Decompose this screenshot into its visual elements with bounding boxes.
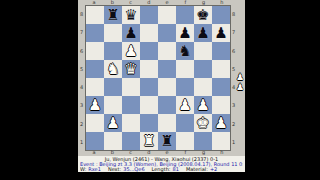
square-h1[interactable] (212, 132, 230, 150)
square-b5[interactable]: ♞ (104, 60, 122, 78)
file-label-d: d (140, 150, 158, 155)
white-rook[interactable]: ♜ (140, 132, 158, 150)
captured-tray: ♟♟ (235, 72, 245, 92)
file-label-e: e (158, 150, 176, 155)
black-king[interactable]: ♚ (194, 6, 212, 24)
square-e4[interactable] (158, 78, 176, 96)
square-d6[interactable] (140, 42, 158, 60)
square-a4[interactable] (86, 78, 104, 96)
square-a6[interactable] (86, 42, 104, 60)
video-frame: abcdefgh 87654321 ♜♛♚♟♟♟♟♟♞♞♛♟♟♟♟♚♟♜♜ 87… (0, 0, 320, 180)
square-f6[interactable]: ♞ (176, 42, 194, 60)
square-d8[interactable] (140, 6, 158, 24)
square-h8[interactable] (212, 6, 230, 24)
stat-label: Length: (152, 167, 171, 172)
square-c5[interactable]: ♛ (122, 60, 140, 78)
square-f8[interactable] (176, 6, 194, 24)
square-d3[interactable] (140, 96, 158, 114)
rank-label-6: 6 (78, 42, 85, 60)
square-e2[interactable] (158, 114, 176, 132)
black-queen[interactable]: ♛ (122, 6, 140, 24)
white-pawn[interactable]: ♟ (104, 114, 122, 132)
square-a3[interactable]: ♟ (86, 96, 104, 114)
square-g3[interactable]: ♟ (194, 96, 212, 114)
stat-label: Material: (186, 167, 208, 172)
square-c8[interactable]: ♛ (122, 6, 140, 24)
square-h3[interactable] (212, 96, 230, 114)
black-pawn[interactable]: ♟ (194, 24, 212, 42)
rank-labels-left: 87654321 (78, 5, 85, 151)
stat-item: Next:35...Qe6 (108, 167, 145, 172)
white-pawn[interactable]: ♟ (194, 96, 212, 114)
captured-white-pawn-icon: ♟ (236, 72, 244, 82)
square-d2[interactable] (140, 114, 158, 132)
stat-item: Length:81 (152, 167, 179, 172)
square-h4[interactable] (212, 78, 230, 96)
stat-label: W: (80, 167, 86, 172)
board: ♜♛♚♟♟♟♟♟♞♞♛♟♟♟♟♚♟♜♜ (85, 5, 231, 151)
file-label-b: b (103, 150, 121, 155)
stat-item: W:Rxe1 (80, 167, 101, 172)
rank-label-1: 1 (231, 133, 236, 151)
letterbox-bottom (0, 172, 320, 180)
square-f2[interactable] (176, 114, 194, 132)
captured-white-pawn-icon: ♟ (236, 82, 244, 92)
square-b8[interactable]: ♜ (104, 6, 122, 24)
white-pawn[interactable]: ♟ (122, 42, 140, 60)
square-a2[interactable] (86, 114, 104, 132)
square-f4[interactable] (176, 78, 194, 96)
black-knight[interactable]: ♞ (176, 42, 194, 60)
square-g2[interactable]: ♚ (194, 114, 212, 132)
white-pawn[interactable]: ♟ (176, 96, 194, 114)
stat-value: +2 (210, 167, 217, 172)
rank-label-8: 8 (231, 5, 236, 23)
square-e8[interactable] (158, 6, 176, 24)
square-c7[interactable]: ♟ (122, 24, 140, 42)
black-rook[interactable]: ♜ (104, 6, 122, 24)
rank-label-2: 2 (78, 115, 85, 133)
square-a5[interactable] (86, 60, 104, 78)
square-f5[interactable] (176, 60, 194, 78)
stat-value: Rxe1 (88, 167, 101, 172)
rank-label-5: 5 (78, 60, 85, 78)
square-c1[interactable] (122, 132, 140, 150)
black-pawn[interactable]: ♟ (176, 24, 194, 42)
black-pawn[interactable]: ♟ (212, 24, 230, 42)
square-e1[interactable]: ♜ (158, 132, 176, 150)
square-b1[interactable] (104, 132, 122, 150)
white-queen[interactable]: ♛ (122, 60, 140, 78)
black-pawn[interactable]: ♟ (122, 24, 140, 42)
square-b3[interactable] (104, 96, 122, 114)
board-panel: abcdefgh 87654321 ♜♛♚♟♟♟♟♟♞♞♛♟♟♟♟♚♟♜♜ 87… (78, 0, 245, 172)
file-label-c: c (122, 150, 140, 155)
square-f1[interactable] (176, 132, 194, 150)
square-e5[interactable] (158, 60, 176, 78)
stat-value: 35...Qe6 (123, 167, 144, 172)
rank-label-7: 7 (231, 23, 236, 41)
file-label-a: a (85, 150, 103, 155)
stat-label: Next: (108, 167, 121, 172)
black-rook[interactable]: ♜ (158, 132, 176, 150)
square-f7[interactable]: ♟ (176, 24, 194, 42)
square-d1[interactable]: ♜ (140, 132, 158, 150)
square-h2[interactable]: ♟ (212, 114, 230, 132)
square-g4[interactable] (194, 78, 212, 96)
square-g8[interactable]: ♚ (194, 6, 212, 24)
square-g1[interactable] (194, 132, 212, 150)
file-labels-bottom: abcdefgh (85, 150, 231, 155)
square-h7[interactable]: ♟ (212, 24, 230, 42)
rank-label-2: 2 (231, 115, 236, 133)
square-b2[interactable]: ♟ (104, 114, 122, 132)
white-king[interactable]: ♚ (194, 114, 212, 132)
white-pawn[interactable]: ♟ (86, 96, 104, 114)
letterbox-left (0, 0, 78, 180)
letterbox-right (245, 0, 320, 180)
square-a7[interactable] (86, 24, 104, 42)
square-g6[interactable] (194, 42, 212, 60)
file-label-f: f (176, 150, 194, 155)
caption-area: Ju, Wenjun (2461) - Wang, Xiaohui (2337)… (78, 156, 245, 172)
rank-label-3: 3 (231, 96, 236, 114)
rank-label-8: 8 (78, 5, 85, 23)
rank-label-6: 6 (231, 42, 236, 60)
square-d7[interactable] (140, 24, 158, 42)
square-c4[interactable] (122, 78, 140, 96)
file-label-g: g (195, 150, 213, 155)
square-e6[interactable] (158, 42, 176, 60)
rank-label-7: 7 (78, 23, 85, 41)
stat-item: Material:+2 (186, 167, 217, 172)
square-e3[interactable] (158, 96, 176, 114)
square-c3[interactable] (122, 96, 140, 114)
square-b6[interactable] (104, 42, 122, 60)
square-g5[interactable] (194, 60, 212, 78)
square-c6[interactable]: ♟ (122, 42, 140, 60)
white-pawn[interactable]: ♟ (212, 114, 230, 132)
stat-value: 81 (173, 167, 179, 172)
square-e7[interactable] (158, 24, 176, 42)
square-b4[interactable] (104, 78, 122, 96)
square-f3[interactable]: ♟ (176, 96, 194, 114)
square-c2[interactable] (122, 114, 140, 132)
square-a1[interactable] (86, 132, 104, 150)
rank-label-4: 4 (78, 78, 85, 96)
square-g7[interactable]: ♟ (194, 24, 212, 42)
square-h5[interactable] (212, 60, 230, 78)
rank-label-3: 3 (78, 96, 85, 114)
square-d4[interactable] (140, 78, 158, 96)
stats-line: W:Rxe1Next:35...Qe6Length:81Material:+2 (80, 167, 243, 172)
square-b7[interactable] (104, 24, 122, 42)
rank-label-1: 1 (78, 133, 85, 151)
white-knight[interactable]: ♞ (104, 60, 122, 78)
file-label-h: h (213, 150, 231, 155)
square-h6[interactable] (212, 42, 230, 60)
square-d5[interactable] (140, 60, 158, 78)
square-a8[interactable] (86, 6, 104, 24)
